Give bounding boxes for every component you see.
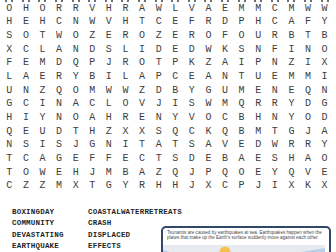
grid-cell: H bbox=[67, 166, 84, 180]
word-list-item: COMMUNITY bbox=[12, 218, 64, 229]
grid-cell: J bbox=[300, 125, 317, 139]
grid-cell: C bbox=[134, 152, 151, 166]
grid-cell: Y bbox=[184, 84, 201, 98]
grid-cell: H bbox=[34, 15, 51, 29]
grid-cell: Z bbox=[200, 56, 217, 70]
grid-cell: W bbox=[150, 2, 167, 16]
grid-cell: M bbox=[217, 97, 234, 111]
grid-cell: B bbox=[167, 84, 184, 98]
grid-cell: Q bbox=[233, 97, 250, 111]
grid-cell: D bbox=[150, 43, 167, 57]
grid-cell: F bbox=[1, 56, 18, 70]
grid-cell: E bbox=[250, 84, 267, 98]
grid-cell: I bbox=[267, 179, 284, 193]
grid-cell: X bbox=[200, 179, 217, 193]
grid-cell: L bbox=[34, 43, 51, 57]
tsunami-diagram-illustration bbox=[163, 245, 329, 252]
grid-cell: C bbox=[84, 97, 101, 111]
grid-cell: O bbox=[200, 111, 217, 125]
grid-cell: O bbox=[233, 29, 250, 43]
grid-cell: Z bbox=[84, 29, 101, 43]
grid-cell: M bbox=[283, 2, 300, 16]
grid-cell: D bbox=[217, 15, 234, 29]
grid-cell: Y bbox=[316, 138, 333, 152]
grid-cell: M bbox=[51, 179, 68, 193]
grid-cell: I bbox=[18, 111, 35, 125]
grid-cell: V bbox=[184, 111, 201, 125]
grid-cell: N bbox=[101, 138, 118, 152]
grid-cell: B bbox=[316, 29, 333, 43]
grid-cell: I bbox=[34, 138, 51, 152]
grid-cell: W bbox=[200, 43, 217, 57]
grid-cell: G bbox=[283, 125, 300, 139]
grid-cell: D bbox=[300, 97, 317, 111]
grid-cell: N bbox=[300, 43, 317, 57]
grid-cell: I bbox=[316, 70, 333, 84]
grid-cell: H bbox=[1, 15, 18, 29]
grid-cell: O bbox=[134, 29, 151, 43]
grid-cell: E bbox=[200, 152, 217, 166]
grid-cell: H bbox=[84, 125, 101, 139]
grid-cell: E bbox=[18, 15, 35, 29]
grid-cell: N bbox=[217, 70, 234, 84]
grid-cell: B bbox=[233, 111, 250, 125]
grid-cell: V bbox=[217, 138, 234, 152]
grid-cell: G bbox=[1, 97, 18, 111]
grid-cell: S bbox=[51, 138, 68, 152]
grid-cell: Y bbox=[34, 111, 51, 125]
grid-cell: H bbox=[150, 179, 167, 193]
grid-cell: I bbox=[101, 70, 118, 84]
grid-cell: I bbox=[134, 43, 151, 57]
grid-cell: E bbox=[250, 152, 267, 166]
grid-cell: B bbox=[233, 125, 250, 139]
grid-cell: J bbox=[150, 97, 167, 111]
grid-cell: N bbox=[67, 43, 84, 57]
grid-cell: O bbox=[233, 166, 250, 180]
grid-cell: A bbox=[217, 56, 234, 70]
grid-cell: M bbox=[300, 70, 317, 84]
grid-cell: L bbox=[167, 2, 184, 16]
grid-cell: Z bbox=[150, 166, 167, 180]
grid-cell: Z bbox=[18, 179, 35, 193]
grid-cell: E bbox=[18, 125, 35, 139]
grid-cell: B bbox=[217, 152, 234, 166]
grid-cell: W bbox=[34, 166, 51, 180]
grid-cell: T bbox=[67, 125, 84, 139]
grid-cell: C bbox=[167, 70, 184, 84]
tsunami-info-box: Tsunamis are caused by earthquakes at se… bbox=[161, 226, 331, 252]
grid-cell: O bbox=[1, 2, 18, 16]
grid-cell: O bbox=[300, 111, 317, 125]
grid-cell: O bbox=[316, 152, 333, 166]
grid-cell: S bbox=[233, 43, 250, 57]
grid-cell: H bbox=[250, 111, 267, 125]
grid-cell: V bbox=[134, 97, 151, 111]
grid-cell: U bbox=[250, 29, 267, 43]
grid-cell: E bbox=[67, 152, 84, 166]
grid-cell: J bbox=[250, 179, 267, 193]
grid-cell: T bbox=[300, 29, 317, 43]
grid-cell: F bbox=[101, 152, 118, 166]
grid-cell: R bbox=[267, 29, 284, 43]
grid-cell: A bbox=[200, 2, 217, 16]
word-list-item: EARTHQUAKE bbox=[12, 241, 64, 252]
grid-cell: W bbox=[200, 97, 217, 111]
grid-cell: V bbox=[101, 15, 118, 29]
grid-cell: D bbox=[250, 138, 267, 152]
grid-cell: C bbox=[184, 125, 201, 139]
grid-cell: V bbox=[84, 2, 101, 16]
grid-cell: R bbox=[300, 138, 317, 152]
grid-cell: N bbox=[250, 43, 267, 57]
grid-cell: H bbox=[250, 15, 267, 29]
grid-cell: S bbox=[184, 97, 201, 111]
grid-cell: D bbox=[51, 125, 68, 139]
grid-cell: P bbox=[200, 166, 217, 180]
grid-cell: D bbox=[51, 56, 68, 70]
grid-cell: W bbox=[101, 84, 118, 98]
grid-cell: C bbox=[217, 179, 234, 193]
grid-cell: I bbox=[283, 43, 300, 57]
wordsearch-grid: OHORRVHRAWLVAEMMCMWWHEHCNWVHTCEFRDPHCAFY… bbox=[1, 0, 333, 193]
grid-cell: O bbox=[67, 29, 84, 43]
grid-cell: Y bbox=[167, 111, 184, 125]
grid-cell: Z bbox=[34, 84, 51, 98]
grid-cell: O bbox=[200, 29, 217, 43]
grid-cell: E bbox=[167, 43, 184, 57]
grid-cell: X bbox=[283, 179, 300, 193]
grid-cell: O bbox=[67, 111, 84, 125]
grid-cell: C bbox=[18, 152, 35, 166]
grid-cell: E bbox=[167, 15, 184, 29]
grid-cell: S bbox=[150, 125, 167, 139]
grid-cell: N bbox=[267, 84, 284, 98]
word-list-item: DEVASTATING bbox=[12, 230, 64, 241]
grid-cell: X bbox=[316, 56, 333, 70]
grid-cell: J bbox=[184, 166, 201, 180]
grid-cell: W bbox=[316, 2, 333, 16]
grid-cell: Y bbox=[316, 15, 333, 29]
grid-cell: I bbox=[167, 97, 184, 111]
grid-cell: A bbox=[150, 138, 167, 152]
grid-cell: A bbox=[233, 152, 250, 166]
grid-cell: W bbox=[267, 138, 284, 152]
grid-cell: P bbox=[250, 56, 267, 70]
grid-cell: S bbox=[267, 152, 284, 166]
grid-cell: P bbox=[233, 15, 250, 29]
grid-cell: I bbox=[300, 56, 317, 70]
grid-cell: B bbox=[283, 29, 300, 43]
grid-cell: H bbox=[101, 2, 118, 16]
grid-cell: K bbox=[300, 179, 317, 193]
grid-cell: S bbox=[18, 138, 35, 152]
grid-cell: G bbox=[101, 179, 118, 193]
grid-cell: A bbox=[18, 70, 35, 84]
grid-cell: L bbox=[1, 70, 18, 84]
grid-cell: A bbox=[200, 138, 217, 152]
grid-cell: N bbox=[18, 84, 35, 98]
grid-cell: H bbox=[1, 111, 18, 125]
grid-cell: I bbox=[233, 56, 250, 70]
grid-cell: A bbox=[316, 125, 333, 139]
grid-cell: D bbox=[184, 43, 201, 57]
grid-cell: U bbox=[34, 125, 51, 139]
grid-cell: K bbox=[184, 56, 201, 70]
grid-cell: Q bbox=[167, 125, 184, 139]
grid-cell: A bbox=[300, 152, 317, 166]
grid-cell: E bbox=[117, 152, 134, 166]
grid-cell: R bbox=[67, 2, 84, 16]
grid-cell: G bbox=[51, 152, 68, 166]
grid-cell: R bbox=[117, 29, 134, 43]
grid-cell: A bbox=[84, 111, 101, 125]
grid-cell: Q bbox=[1, 125, 18, 139]
grid-cell: R bbox=[283, 138, 300, 152]
tsunami-info-text: Tsunamis are caused by earthquakes at se… bbox=[163, 228, 329, 241]
grid-cell: D bbox=[184, 152, 201, 166]
grid-cell: E bbox=[167, 29, 184, 43]
grid-cell: W bbox=[300, 2, 317, 16]
grid-cell: B bbox=[117, 166, 134, 180]
grid-cell: H bbox=[283, 152, 300, 166]
word-list-item: BOXINGDAY bbox=[12, 207, 64, 218]
grid-cell: Y bbox=[117, 179, 134, 193]
grid-cell: G bbox=[84, 138, 101, 152]
grid-cell: J bbox=[84, 166, 101, 180]
grid-cell: E bbox=[18, 56, 35, 70]
grid-cell: Y bbox=[283, 111, 300, 125]
grid-cell: X bbox=[117, 125, 134, 139]
grid-cell: P bbox=[84, 56, 101, 70]
grid-cell: O bbox=[117, 97, 134, 111]
grid-cell: R bbox=[267, 97, 284, 111]
grid-cell: E bbox=[316, 166, 333, 180]
grid-cell: C bbox=[267, 15, 284, 29]
grid-cell: Z bbox=[150, 29, 167, 43]
grid-cell: A bbox=[51, 43, 68, 57]
grid-cell: N bbox=[316, 84, 333, 98]
grid-cell: D bbox=[84, 43, 101, 57]
grid-cell: G bbox=[316, 97, 333, 111]
grid-cell: A bbox=[200, 70, 217, 84]
grid-cell: X bbox=[316, 179, 333, 193]
grid-cell: M bbox=[233, 84, 250, 98]
grid-cell: E bbox=[134, 111, 151, 125]
grid-cell: T bbox=[150, 152, 167, 166]
grid-cell: Y bbox=[283, 97, 300, 111]
grid-cell: C bbox=[267, 2, 284, 16]
grid-cell: N bbox=[67, 15, 84, 29]
grid-cell: O bbox=[67, 84, 84, 98]
grid-cell: P bbox=[233, 179, 250, 193]
grid-cell: M bbox=[250, 2, 267, 16]
grid-cell: Q bbox=[67, 56, 84, 70]
word-list-column-1: BOXINGDAYCOMMUNITYDEVASTATINGEARTHQUAKE bbox=[12, 207, 64, 252]
grid-cell: N bbox=[51, 111, 68, 125]
grid-cell: U bbox=[250, 70, 267, 84]
grid-cell: T bbox=[1, 152, 18, 166]
grid-cell: C bbox=[1, 179, 18, 193]
grid-cell: N bbox=[51, 97, 68, 111]
grid-cell: O bbox=[34, 2, 51, 16]
grid-cell: N bbox=[267, 111, 284, 125]
grid-cell: E bbox=[34, 70, 51, 84]
grid-cell: I bbox=[117, 138, 134, 152]
grid-cell: B bbox=[84, 70, 101, 84]
grid-cell: S bbox=[1, 29, 18, 43]
grid-cell: T bbox=[134, 15, 151, 29]
grid-cell: Y bbox=[67, 70, 84, 84]
grid-cell: F bbox=[217, 29, 234, 43]
grid-cell: I bbox=[34, 97, 51, 111]
grid-cell: S bbox=[184, 138, 201, 152]
grid-cell: C bbox=[51, 15, 68, 29]
grid-cell: F bbox=[84, 152, 101, 166]
grid-cell: W bbox=[117, 84, 134, 98]
grid-cell: T bbox=[84, 179, 101, 193]
grid-cell: T bbox=[150, 56, 167, 70]
grid-cell: N bbox=[1, 138, 18, 152]
grid-cell: A bbox=[283, 15, 300, 29]
grid-cell: E bbox=[267, 70, 284, 84]
grid-cell: N bbox=[267, 56, 284, 70]
grid-cell: P bbox=[150, 70, 167, 84]
grid-cell: R bbox=[184, 29, 201, 43]
grid-cell: E bbox=[217, 2, 234, 16]
grid-cell: A bbox=[134, 2, 151, 16]
grid-cell: M bbox=[84, 84, 101, 98]
grid-cell: F bbox=[300, 15, 317, 29]
grid-cell: O bbox=[18, 166, 35, 180]
grid-cell: T bbox=[233, 70, 250, 84]
grid-cell: A bbox=[134, 70, 151, 84]
grid-cell: C bbox=[150, 15, 167, 29]
grid-cell: L bbox=[101, 97, 118, 111]
grid-cell: E bbox=[101, 29, 118, 43]
grid-cell: O bbox=[18, 29, 35, 43]
grid-cell: E bbox=[51, 166, 68, 180]
grid-cell: Q bbox=[283, 166, 300, 180]
grid-cell: X bbox=[1, 43, 18, 57]
grid-cell: S bbox=[167, 152, 184, 166]
grid-cell: W bbox=[51, 29, 68, 43]
sea-earthquake-diagram-icon bbox=[163, 245, 325, 252]
grid-cell: X bbox=[134, 125, 151, 139]
grid-cell: F bbox=[267, 43, 284, 57]
grid-cell: K bbox=[200, 125, 217, 139]
grid-cell: D bbox=[150, 84, 167, 98]
grid-cell: H bbox=[167, 179, 184, 193]
grid-cell: O bbox=[134, 56, 151, 70]
grid-cell: A bbox=[67, 97, 84, 111]
grid-cell: Z bbox=[134, 84, 151, 98]
grid-cell: R bbox=[250, 97, 267, 111]
grid-cell: A bbox=[34, 152, 51, 166]
grid-cell: R bbox=[134, 179, 151, 193]
grid-cell: E bbox=[250, 166, 267, 180]
grid-cell: C bbox=[18, 43, 35, 57]
grid-cell: Z bbox=[101, 125, 118, 139]
grid-cell: J bbox=[101, 56, 118, 70]
grid-cell: X bbox=[67, 179, 84, 193]
grid-cell: T bbox=[134, 138, 151, 152]
grid-cell: W bbox=[84, 15, 101, 29]
grid-cell: O bbox=[316, 43, 333, 57]
grid-cell: Y bbox=[267, 166, 284, 180]
grid-cell: M bbox=[283, 70, 300, 84]
grid-cell: E bbox=[283, 84, 300, 98]
grid-cell: C bbox=[217, 111, 234, 125]
grid-cell: L bbox=[117, 43, 134, 57]
grid-cell: M bbox=[233, 2, 250, 16]
grid-cell: M bbox=[250, 125, 267, 139]
grid-cell: J bbox=[184, 179, 201, 193]
grid-cell: M bbox=[101, 166, 118, 180]
grid-cell: R bbox=[117, 56, 134, 70]
grid-cell: T bbox=[167, 138, 184, 152]
grid-cell: U bbox=[217, 84, 234, 98]
grid-cell: N bbox=[150, 111, 167, 125]
grid-cell: A bbox=[134, 166, 151, 180]
grid-cell: U bbox=[1, 84, 18, 98]
grid-cell: H bbox=[18, 2, 35, 16]
grid-cell: Q bbox=[51, 84, 68, 98]
grid-cell: Q bbox=[217, 125, 234, 139]
grid-cell: T bbox=[34, 29, 51, 43]
grid-cell: R bbox=[117, 2, 134, 16]
grid-cell: J bbox=[67, 138, 84, 152]
grid-cell: M bbox=[34, 56, 51, 70]
grid-cell: Q bbox=[167, 166, 184, 180]
grid-cell: K bbox=[217, 43, 234, 57]
grid-cell: D bbox=[316, 111, 333, 125]
grid-cell: E bbox=[233, 138, 250, 152]
grid-cell: R bbox=[51, 2, 68, 16]
grid-cell: E bbox=[184, 70, 201, 84]
grid-cell: Z bbox=[283, 56, 300, 70]
word-list-item: COASTALWATERRETREATS bbox=[88, 207, 182, 218]
grid-cell: R bbox=[117, 111, 134, 125]
word-search-worksheet: OHORRVHRAWLVAEMMCMWWHEHCNWVHTCEFRDPHCAFY… bbox=[0, 0, 336, 252]
grid-cell: R bbox=[51, 70, 68, 84]
grid-cell: T bbox=[1, 166, 18, 180]
grid-cell: V bbox=[184, 2, 201, 16]
grid-cell: G bbox=[200, 84, 217, 98]
grid-cell: S bbox=[101, 43, 118, 57]
grid-cell: C bbox=[18, 97, 35, 111]
grid-cell: H bbox=[117, 15, 134, 29]
grid-cell: T bbox=[267, 125, 284, 139]
grid-cell: R bbox=[200, 15, 217, 29]
grid-cell: H bbox=[101, 111, 118, 125]
grid-cell: L bbox=[117, 70, 134, 84]
grid-cell: F bbox=[184, 15, 201, 29]
grid-cell: Q bbox=[217, 166, 234, 180]
grid-cell: Z bbox=[34, 179, 51, 193]
grid-cell: P bbox=[167, 56, 184, 70]
grid-cell: Q bbox=[300, 84, 317, 98]
grid-cell: V bbox=[300, 166, 317, 180]
